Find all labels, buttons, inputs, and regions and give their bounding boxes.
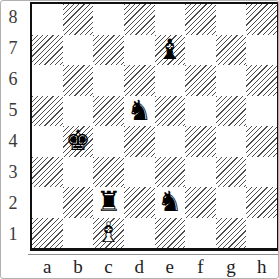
square-d5: ♞: [124, 96, 155, 127]
rank-label-3: 3: [1, 157, 29, 188]
square-b5: [63, 96, 94, 127]
square-g3: [216, 157, 247, 188]
rank-label-8: 8: [1, 2, 29, 33]
square-e4: [155, 126, 186, 157]
black-king-icon: ♚: [65, 127, 90, 155]
file-label-e: e: [155, 255, 186, 278]
file-label-f: f: [185, 255, 216, 278]
square-a7: [32, 35, 63, 66]
file-label-b: b: [63, 255, 94, 278]
square-f8: [185, 4, 216, 35]
black-bishop-icon: ♝: [157, 36, 182, 64]
square-g7: [216, 35, 247, 66]
square-a4: [32, 126, 63, 157]
square-e3: [155, 157, 186, 188]
square-d6: [124, 65, 155, 96]
square-e7: ♝: [155, 35, 186, 66]
square-a3: [32, 157, 63, 188]
file-label-d: d: [124, 255, 155, 278]
chess-diagram: 87654321 ♝♞♚♜♞♝♗ abcdefgh: [0, 0, 279, 279]
square-g5: [216, 96, 247, 127]
square-h4: [246, 126, 277, 157]
square-d3: [124, 157, 155, 188]
square-e1: [155, 218, 186, 249]
square-a2: [32, 187, 63, 218]
rank-label-6: 6: [1, 64, 29, 95]
square-d4: [124, 126, 155, 157]
square-e6: [155, 65, 186, 96]
rank-label-5: 5: [1, 95, 29, 126]
square-c7: [93, 35, 124, 66]
square-g8: [216, 4, 247, 35]
square-a5: [32, 96, 63, 127]
square-e2: ♞: [155, 187, 186, 218]
square-b3: [63, 157, 94, 188]
file-label-c: c: [93, 255, 124, 278]
square-f2: [185, 187, 216, 218]
square-b1: [63, 218, 94, 249]
square-h8: [246, 4, 277, 35]
square-d7: [124, 35, 155, 66]
file-label-h: h: [246, 255, 277, 278]
square-b8: [63, 4, 94, 35]
square-g1: [216, 218, 247, 249]
square-h7: [246, 35, 277, 66]
square-e8: [155, 4, 186, 35]
file-labels: abcdefgh: [32, 255, 277, 278]
black-knight-icon: ♞: [157, 188, 182, 216]
rank-label-4: 4: [1, 126, 29, 157]
square-h3: [246, 157, 277, 188]
square-c1: ♝♗: [93, 218, 124, 249]
square-f1: [185, 218, 216, 249]
black-rook-icon: ♜: [96, 188, 121, 216]
square-b6: [63, 65, 94, 96]
file-label-a: a: [32, 255, 63, 278]
square-h2: [246, 187, 277, 218]
square-f7: [185, 35, 216, 66]
rank-labels: 87654321: [1, 2, 29, 250]
square-g4: [216, 126, 247, 157]
square-d1: [124, 218, 155, 249]
square-c2: ♜: [93, 187, 124, 218]
black-knight-icon: ♞: [127, 97, 152, 125]
square-h6: [246, 65, 277, 96]
square-c5: [93, 96, 124, 127]
rank-label-1: 1: [1, 219, 29, 250]
square-e5: [155, 96, 186, 127]
rank-label-2: 2: [1, 188, 29, 219]
square-h1: [246, 218, 277, 249]
square-c4: [93, 126, 124, 157]
square-f3: [185, 157, 216, 188]
square-f5: [185, 96, 216, 127]
square-f6: [185, 65, 216, 96]
square-c3: [93, 157, 124, 188]
square-g6: [216, 65, 247, 96]
square-a8: [32, 4, 63, 35]
file-label-g: g: [216, 255, 247, 278]
square-f4: [185, 126, 216, 157]
square-d2: [124, 187, 155, 218]
square-c6: [93, 65, 124, 96]
square-h5: [246, 96, 277, 127]
rank-label-7: 7: [1, 33, 29, 64]
square-b4: ♚: [63, 126, 94, 157]
square-d8: [124, 4, 155, 35]
square-a1: [32, 218, 63, 249]
white-bishop-icon: ♝♗: [96, 219, 121, 247]
square-c8: [93, 4, 124, 35]
square-a6: [32, 65, 63, 96]
square-b2: [63, 187, 94, 218]
square-g2: [216, 187, 247, 218]
square-b7: [63, 35, 94, 66]
board: ♝♞♚♜♞♝♗: [30, 2, 279, 251]
